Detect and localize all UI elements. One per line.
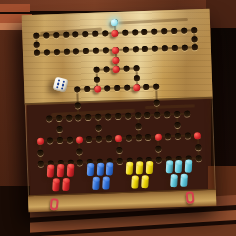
board-hole[interactable] (103, 47, 109, 53)
board-hole[interactable] (195, 144, 201, 150)
peg-red-barricade[interactable] (112, 56, 119, 63)
peg-yellow[interactable] (146, 162, 154, 174)
peg-red[interactable] (53, 179, 61, 191)
board-hole[interactable] (133, 75, 139, 81)
board-hole[interactable] (124, 85, 130, 91)
board-hole[interactable] (181, 28, 187, 34)
peg-red[interactable] (47, 165, 55, 177)
game-board (22, 9, 217, 211)
peg-red[interactable] (67, 165, 75, 177)
peg-red-barricade[interactable] (155, 133, 162, 140)
board-hole[interactable] (122, 30, 128, 36)
board-hole[interactable] (115, 113, 121, 119)
board-hole[interactable] (56, 115, 62, 121)
latch-hook (185, 191, 194, 204)
peg-red-barricade[interactable] (115, 134, 122, 141)
board-hole[interactable] (47, 137, 53, 143)
board-hole[interactable] (171, 28, 177, 34)
peg-red-barricade[interactable] (94, 85, 101, 92)
die-pip (57, 79, 60, 82)
board-hole[interactable] (54, 49, 60, 55)
peg-red-barricade[interactable] (112, 46, 119, 53)
peg-cyan[interactable] (175, 161, 183, 173)
board-hole[interactable] (34, 41, 40, 47)
peg-blue[interactable] (96, 164, 104, 176)
peg-red-barricade[interactable] (76, 136, 83, 143)
peg-red[interactable] (57, 165, 65, 177)
die-pip (63, 80, 66, 83)
board-hole[interactable] (116, 158, 122, 164)
board-hole[interactable] (195, 155, 201, 161)
board-hole[interactable] (106, 135, 112, 141)
board-hole[interactable] (102, 30, 108, 36)
board-hole[interactable] (132, 46, 138, 52)
die-pip (57, 82, 60, 85)
peg-blue[interactable] (102, 177, 110, 189)
board-hole[interactable] (191, 27, 197, 33)
board-hole[interactable] (191, 36, 197, 42)
board-hole[interactable] (94, 76, 100, 82)
board-hole[interactable] (133, 65, 139, 71)
board-hole[interactable] (135, 134, 141, 140)
board-hole[interactable] (43, 32, 49, 38)
board-hole[interactable] (185, 133, 191, 139)
die-pip (62, 84, 65, 87)
peg-yellow[interactable] (141, 175, 149, 187)
board-hole[interactable] (182, 45, 188, 51)
board-hole[interactable] (123, 66, 129, 72)
board-hole[interactable] (63, 32, 69, 38)
board-hole[interactable] (122, 47, 128, 53)
die-pip (56, 86, 59, 89)
peg-cyan[interactable] (180, 174, 188, 186)
board-hole[interactable] (114, 85, 120, 91)
board-hole[interactable] (56, 126, 62, 132)
peg-cyan[interactable] (171, 174, 179, 186)
board-hole[interactable] (104, 85, 110, 91)
peg-red-barricade[interactable] (36, 137, 43, 144)
peg-cyan-goal[interactable] (111, 18, 118, 25)
peg-yellow[interactable] (131, 176, 139, 188)
peg-cyan[interactable] (185, 160, 193, 172)
board-hole[interactable] (174, 111, 180, 117)
peg-red[interactable] (62, 178, 70, 190)
peg-yellow[interactable] (136, 162, 144, 174)
board-hole[interactable] (191, 44, 197, 50)
board-hole[interactable] (135, 112, 141, 118)
board-hole[interactable] (57, 137, 63, 143)
die-pip (61, 87, 64, 90)
peg-blue[interactable] (87, 164, 95, 176)
bench-slat (0, 4, 30, 12)
board-hole[interactable] (125, 113, 131, 119)
board-hole[interactable] (155, 145, 161, 151)
board-hole[interactable] (135, 123, 141, 129)
peg-red-barricade[interactable] (113, 65, 120, 72)
board-hole[interactable] (105, 113, 111, 119)
board-hole[interactable] (174, 122, 180, 128)
bench-shadow (211, 28, 236, 170)
peg-yellow[interactable] (126, 162, 134, 174)
board-hole[interactable] (126, 135, 132, 141)
board-hole[interactable] (184, 111, 190, 117)
board-hole[interactable] (46, 115, 52, 121)
photo-of-barricade-board (0, 0, 236, 236)
board-hole[interactable] (37, 149, 43, 155)
bench-shadow (0, 186, 30, 236)
board-hole[interactable] (44, 49, 50, 55)
board-hole[interactable] (103, 66, 109, 72)
peg-red-barricade[interactable] (194, 132, 201, 139)
peg-red-barricade[interactable] (111, 29, 118, 36)
peg-red-barricade[interactable] (133, 84, 140, 91)
board-hole[interactable] (116, 146, 122, 152)
peg-blue[interactable] (92, 177, 100, 189)
board-hole[interactable] (66, 115, 72, 121)
board-hole[interactable] (175, 133, 181, 139)
board-hole[interactable] (53, 32, 59, 38)
board-hole[interactable] (132, 29, 138, 35)
board-hole[interactable] (66, 137, 72, 143)
board-hole[interactable] (172, 45, 178, 51)
peg-cyan[interactable] (165, 161, 173, 173)
board-hole[interactable] (63, 49, 69, 55)
peg-blue[interactable] (106, 163, 114, 175)
